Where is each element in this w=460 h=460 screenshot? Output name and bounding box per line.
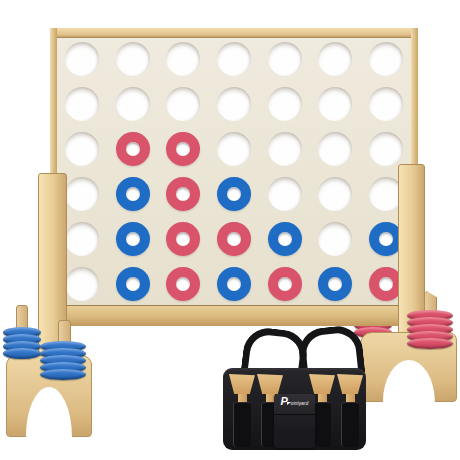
red-ring xyxy=(166,222,200,256)
hole xyxy=(116,267,150,301)
hole xyxy=(318,267,352,301)
red-ring xyxy=(166,267,200,301)
blue-ring xyxy=(318,267,352,301)
carry-bag: P ointyard xyxy=(223,368,366,450)
hole xyxy=(116,132,150,166)
hole xyxy=(65,222,99,256)
hole xyxy=(217,42,251,76)
hole xyxy=(318,132,352,166)
hole xyxy=(318,177,352,211)
ring-stack-left-1 xyxy=(3,327,41,359)
stake-pocket xyxy=(233,402,251,447)
hole xyxy=(217,177,251,211)
left-foot-arch xyxy=(26,387,72,437)
hole xyxy=(65,267,99,301)
cell-r4-c2 xyxy=(116,177,150,211)
hole xyxy=(65,132,99,166)
red-ring xyxy=(268,267,302,301)
red-spare-ring xyxy=(407,338,453,349)
cell-r3-c6 xyxy=(318,132,352,166)
cell-r1-c4 xyxy=(217,42,251,76)
cell-r2-c7 xyxy=(369,87,403,121)
hole xyxy=(268,267,302,301)
stake-head xyxy=(229,374,255,394)
red-ring xyxy=(116,132,150,166)
brand-logo-text: ointyard xyxy=(291,401,309,406)
cell-r6-c5 xyxy=(268,267,302,301)
blue-ring xyxy=(116,267,150,301)
blue-ring xyxy=(217,177,251,211)
hole xyxy=(217,267,251,301)
cell-r1-c2 xyxy=(116,42,150,76)
cell-r6-c3 xyxy=(166,267,200,301)
stake-head xyxy=(257,374,283,394)
stake-pocket xyxy=(341,402,359,447)
stake-head xyxy=(309,374,335,394)
blue-spare-ring xyxy=(40,369,86,380)
cell-r6-c4 xyxy=(217,267,251,301)
hole xyxy=(217,132,251,166)
board-frame-bottom-rail xyxy=(50,305,418,326)
hole xyxy=(166,222,200,256)
cell-r5-c6 xyxy=(318,222,352,256)
hole xyxy=(369,87,403,121)
hole xyxy=(217,222,251,256)
hole xyxy=(166,177,200,211)
cell-r3-c4 xyxy=(217,132,251,166)
blue-spare-ring xyxy=(3,348,41,359)
cell-r1-c3 xyxy=(166,42,200,76)
hole xyxy=(268,177,302,211)
red-ring xyxy=(166,177,200,211)
hole xyxy=(217,87,251,121)
cell-r2-c4 xyxy=(217,87,251,121)
ring-stack-right-2 xyxy=(407,310,453,349)
hole xyxy=(116,222,150,256)
brand-logo: P ointyard xyxy=(281,396,309,412)
cell-r3-c1 xyxy=(65,132,99,166)
hole xyxy=(268,132,302,166)
board-grid xyxy=(57,37,411,306)
hole xyxy=(166,267,200,301)
blue-ring xyxy=(116,222,150,256)
cell-r2-c2 xyxy=(116,87,150,121)
red-ring xyxy=(217,222,251,256)
blue-ring xyxy=(268,222,302,256)
wooden-stake-4 xyxy=(337,374,363,448)
cell-r3-c7 xyxy=(369,132,403,166)
hole xyxy=(268,87,302,121)
cell-r4-c6 xyxy=(318,177,352,211)
hole xyxy=(116,42,150,76)
cell-r5-c3 xyxy=(166,222,200,256)
cell-r4-c3 xyxy=(166,177,200,211)
cell-r2-c1 xyxy=(65,87,99,121)
hole xyxy=(65,177,99,211)
right-foot-arch xyxy=(382,360,434,402)
hole xyxy=(65,42,99,76)
hole xyxy=(318,87,352,121)
ring-stack-left-2 xyxy=(40,341,86,380)
cell-r6-c1 xyxy=(65,267,99,301)
hole xyxy=(166,132,200,166)
cell-r5-c1 xyxy=(65,222,99,256)
cell-r5-c5 xyxy=(268,222,302,256)
blue-ring xyxy=(217,267,251,301)
red-ring xyxy=(166,132,200,166)
hole xyxy=(116,87,150,121)
cell-r5-c4 xyxy=(217,222,251,256)
hole xyxy=(116,177,150,211)
blue-ring xyxy=(116,177,150,211)
stake-head xyxy=(337,374,363,394)
cell-r4-c5 xyxy=(268,177,302,211)
cell-r6-c6 xyxy=(318,267,352,301)
hole xyxy=(318,222,352,256)
cell-r1-c7 xyxy=(369,42,403,76)
hole xyxy=(268,222,302,256)
hole xyxy=(65,87,99,121)
cell-r3-c3 xyxy=(166,132,200,166)
cell-r5-c2 xyxy=(116,222,150,256)
hole xyxy=(166,42,200,76)
cell-r6-c2 xyxy=(116,267,150,301)
cell-r1-c6 xyxy=(318,42,352,76)
cell-r2-c6 xyxy=(318,87,352,121)
hole xyxy=(369,42,403,76)
hole xyxy=(369,132,403,166)
bag-pocket-flap: P ointyard xyxy=(274,394,315,415)
cell-r3-c2 xyxy=(116,132,150,166)
cell-r3-c5 xyxy=(268,132,302,166)
bag-center-pocket: P ointyard xyxy=(274,394,315,448)
cell-r1-c5 xyxy=(268,42,302,76)
cell-r1-c1 xyxy=(65,42,99,76)
wooden-stake-1 xyxy=(229,374,255,448)
cell-r2-c5 xyxy=(268,87,302,121)
cell-r2-c3 xyxy=(166,87,200,121)
product-photo-giant-connect-four: P ointyard xyxy=(0,0,460,460)
hole xyxy=(166,87,200,121)
hole xyxy=(318,42,352,76)
cell-r4-c1 xyxy=(65,177,99,211)
game-board xyxy=(50,28,418,326)
hole xyxy=(268,42,302,76)
stake-pocket xyxy=(313,402,331,447)
cell-r4-c4 xyxy=(217,177,251,211)
board-frame-top-rail xyxy=(50,28,418,38)
